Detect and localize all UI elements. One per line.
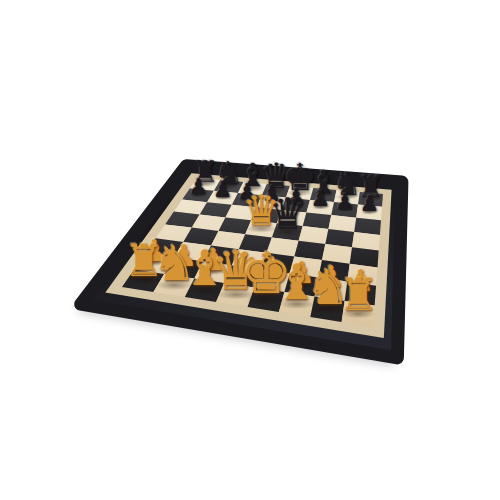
square-h6	[354, 218, 381, 235]
square-g8	[334, 190, 360, 204]
square-d8	[262, 184, 290, 198]
square-d7	[257, 195, 286, 210]
square-h7	[356, 204, 382, 220]
square-e8	[286, 186, 313, 200]
square-e6	[277, 210, 307, 226]
square-h8	[358, 192, 383, 207]
product-photo-scene: ♜♞♝♛♚♝♞♜♟♟♟♟♟♟♟♟♛♛♟♟♟♟♟♟♟♟♜♞♝♛♚♝♞♜	[0, 0, 500, 500]
square-f6	[303, 213, 332, 230]
square-g7	[331, 202, 358, 218]
square-g6	[328, 215, 356, 232]
square-f8	[310, 188, 337, 202]
square-e7	[282, 198, 310, 213]
chessboard	[0, 0, 500, 500]
square-f7	[306, 200, 334, 215]
square-h5	[352, 232, 380, 251]
